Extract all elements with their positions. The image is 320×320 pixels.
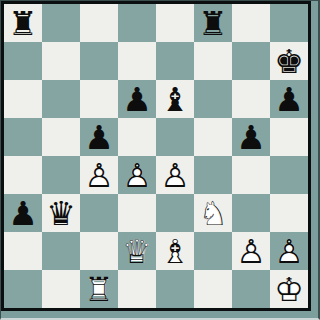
square-g5[interactable]: ♟	[232, 118, 270, 156]
piece-black-rook: ♜	[194, 4, 232, 42]
square-f2[interactable]	[194, 232, 232, 270]
square-e8[interactable]	[156, 4, 194, 42]
piece-black-pawn: ♟	[118, 80, 156, 118]
square-f3[interactable]: ♞♘	[194, 194, 232, 232]
piece-black-rook: ♜	[4, 4, 42, 42]
square-h3[interactable]	[270, 194, 308, 232]
piece-white-pawn: ♟♙	[118, 156, 156, 194]
piece-black-pawn: ♟	[232, 118, 270, 156]
square-g3[interactable]	[232, 194, 270, 232]
piece-black-pawn: ♟	[270, 80, 308, 118]
square-h5[interactable]	[270, 118, 308, 156]
square-b7[interactable]	[42, 42, 80, 80]
square-g4[interactable]	[232, 156, 270, 194]
square-c5[interactable]: ♟	[80, 118, 118, 156]
square-e2[interactable]: ♝♗	[156, 232, 194, 270]
piece-white-pawn: ♟♙	[232, 232, 270, 270]
piece-white-knight: ♞♘	[194, 194, 232, 232]
square-f8[interactable]: ♜	[194, 4, 232, 42]
piece-black-pawn: ♟	[80, 118, 118, 156]
square-f5[interactable]	[194, 118, 232, 156]
square-a4[interactable]	[4, 156, 42, 194]
piece-white-pawn: ♟♙	[80, 156, 118, 194]
square-a7[interactable]	[4, 42, 42, 80]
square-c8[interactable]	[80, 4, 118, 42]
square-g1[interactable]	[232, 270, 270, 308]
square-h8[interactable]	[270, 4, 308, 42]
piece-white-bishop: ♝♗	[156, 232, 194, 270]
square-f7[interactable]	[194, 42, 232, 80]
square-h1[interactable]: ♚♔	[270, 270, 308, 308]
chess-board: ♜♜♚♟♝♟♟♟♟♙♟♙♟♙♟♛♞♘♛♕♝♗♟♙♟♙♜♖♚♔	[4, 4, 308, 308]
square-d4[interactable]: ♟♙	[118, 156, 156, 194]
square-d3[interactable]	[118, 194, 156, 232]
square-b6[interactable]	[42, 80, 80, 118]
square-e5[interactable]	[156, 118, 194, 156]
square-f6[interactable]	[194, 80, 232, 118]
square-d5[interactable]	[118, 118, 156, 156]
square-g7[interactable]	[232, 42, 270, 80]
square-c2[interactable]	[80, 232, 118, 270]
square-c3[interactable]	[80, 194, 118, 232]
square-b8[interactable]	[42, 4, 80, 42]
square-b5[interactable]	[42, 118, 80, 156]
square-c4[interactable]: ♟♙	[80, 156, 118, 194]
square-c1[interactable]: ♜♖	[80, 270, 118, 308]
square-a8[interactable]: ♜	[4, 4, 42, 42]
square-d8[interactable]	[118, 4, 156, 42]
square-f1[interactable]	[194, 270, 232, 308]
square-g8[interactable]	[232, 4, 270, 42]
board-frame: ♜♜♚♟♝♟♟♟♟♙♟♙♟♙♟♛♞♘♛♕♝♗♟♙♟♙♜♖♚♔	[1, 1, 311, 311]
square-e7[interactable]	[156, 42, 194, 80]
square-b2[interactable]	[42, 232, 80, 270]
square-h7[interactable]: ♚	[270, 42, 308, 80]
square-d2[interactable]: ♛♕	[118, 232, 156, 270]
square-f4[interactable]	[194, 156, 232, 194]
square-g6[interactable]	[232, 80, 270, 118]
piece-white-king: ♚♔	[270, 270, 308, 308]
square-e4[interactable]: ♟♙	[156, 156, 194, 194]
square-b3[interactable]: ♛	[42, 194, 80, 232]
piece-white-queen: ♛♕	[118, 232, 156, 270]
piece-white-pawn: ♟♙	[270, 232, 308, 270]
piece-black-bishop: ♝	[156, 80, 194, 118]
square-a2[interactable]	[4, 232, 42, 270]
square-b1[interactable]	[42, 270, 80, 308]
square-c7[interactable]	[80, 42, 118, 80]
piece-black-queen: ♛	[42, 194, 80, 232]
square-d7[interactable]	[118, 42, 156, 80]
piece-black-king: ♚	[270, 42, 308, 80]
piece-white-pawn: ♟♙	[156, 156, 194, 194]
square-a3[interactable]: ♟	[4, 194, 42, 232]
piece-white-rook: ♜♖	[80, 270, 118, 308]
square-b4[interactable]	[42, 156, 80, 194]
square-d1[interactable]	[118, 270, 156, 308]
chess-diagram: ♜♜♚♟♝♟♟♟♟♙♟♙♟♙♟♛♞♘♛♕♝♗♟♙♟♙♜♖♚♔	[0, 0, 320, 320]
square-e3[interactable]	[156, 194, 194, 232]
square-h6[interactable]: ♟	[270, 80, 308, 118]
square-e1[interactable]	[156, 270, 194, 308]
square-h4[interactable]	[270, 156, 308, 194]
square-a1[interactable]	[4, 270, 42, 308]
square-c6[interactable]	[80, 80, 118, 118]
piece-black-pawn: ♟	[4, 194, 42, 232]
square-g2[interactable]: ♟♙	[232, 232, 270, 270]
square-e6[interactable]: ♝	[156, 80, 194, 118]
square-a5[interactable]	[4, 118, 42, 156]
square-h2[interactable]: ♟♙	[270, 232, 308, 270]
square-a6[interactable]	[4, 80, 42, 118]
square-d6[interactable]: ♟	[118, 80, 156, 118]
